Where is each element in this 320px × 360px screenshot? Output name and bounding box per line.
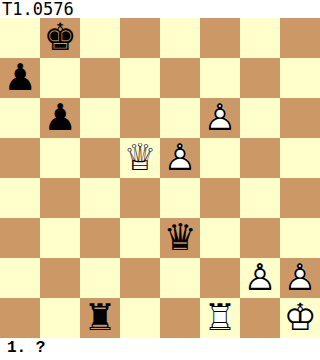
white-pawn: ♙ <box>200 98 240 138</box>
square-d6[interactable] <box>120 98 160 138</box>
square-h1[interactable]: ♚♔ <box>280 298 320 338</box>
square-c4[interactable] <box>80 178 120 218</box>
square-e4[interactable] <box>160 178 200 218</box>
square-a1[interactable] <box>0 298 40 338</box>
square-h6[interactable] <box>280 98 320 138</box>
square-g6[interactable] <box>240 98 280 138</box>
white-pawn-fill: ♟ <box>160 138 200 178</box>
black-pawn: ♟ <box>40 98 80 138</box>
square-f8[interactable] <box>200 18 240 58</box>
square-c3[interactable] <box>80 218 120 258</box>
square-d7[interactable] <box>120 58 160 98</box>
square-d2[interactable] <box>120 258 160 298</box>
square-c8[interactable] <box>80 18 120 58</box>
black-pawn: ♟ <box>0 58 40 98</box>
square-g5[interactable] <box>240 138 280 178</box>
white-rook: ♖ <box>200 298 240 338</box>
white-pawn-fill: ♟ <box>240 258 280 298</box>
square-c2[interactable] <box>80 258 120 298</box>
square-d5[interactable]: ♛♕ <box>120 138 160 178</box>
square-b5[interactable] <box>40 138 80 178</box>
square-a5[interactable] <box>0 138 40 178</box>
square-b3[interactable] <box>40 218 80 258</box>
square-c7[interactable] <box>80 58 120 98</box>
square-h3[interactable] <box>280 218 320 258</box>
square-a2[interactable] <box>0 258 40 298</box>
white-pawn: ♙ <box>240 258 280 298</box>
square-e5[interactable]: ♟♙ <box>160 138 200 178</box>
square-g8[interactable] <box>240 18 280 58</box>
move-prompt-label: 1. ? <box>7 339 45 357</box>
square-f7[interactable] <box>200 58 240 98</box>
square-b8[interactable]: ♚ <box>40 18 80 58</box>
square-h5[interactable] <box>280 138 320 178</box>
square-d1[interactable] <box>120 298 160 338</box>
square-g3[interactable] <box>240 218 280 258</box>
chess-board: ♚♟♟♟♙♛♕♟♙♛♟♙♟♙♜♜♖♚♔ <box>0 18 320 338</box>
square-b4[interactable] <box>40 178 80 218</box>
square-b1[interactable] <box>40 298 80 338</box>
square-c1[interactable]: ♜ <box>80 298 120 338</box>
square-h7[interactable] <box>280 58 320 98</box>
white-rook-fill: ♜ <box>200 298 240 338</box>
square-g7[interactable] <box>240 58 280 98</box>
square-g2[interactable]: ♟♙ <box>240 258 280 298</box>
square-b7[interactable] <box>40 58 80 98</box>
square-f5[interactable] <box>200 138 240 178</box>
square-a6[interactable] <box>0 98 40 138</box>
white-pawn-fill: ♟ <box>200 98 240 138</box>
square-a4[interactable] <box>0 178 40 218</box>
square-d3[interactable] <box>120 218 160 258</box>
white-king-fill: ♚ <box>280 298 320 338</box>
chess-puzzle-screen: T1.0576 ♚♟♟♟♙♛♕♟♙♛♟♙♟♙♜♜♖♚♔ 1. ? <box>0 0 320 360</box>
square-f2[interactable] <box>200 258 240 298</box>
square-e7[interactable] <box>160 58 200 98</box>
square-g1[interactable] <box>240 298 280 338</box>
puzzle-id-label: T1.0576 <box>2 0 74 18</box>
square-a8[interactable] <box>0 18 40 58</box>
white-pawn-fill: ♟ <box>280 258 320 298</box>
square-f1[interactable]: ♜♖ <box>200 298 240 338</box>
square-a3[interactable] <box>0 218 40 258</box>
white-queen-fill: ♛ <box>120 138 160 178</box>
square-h4[interactable] <box>280 178 320 218</box>
square-e6[interactable] <box>160 98 200 138</box>
square-b2[interactable] <box>40 258 80 298</box>
square-f3[interactable] <box>200 218 240 258</box>
square-e2[interactable] <box>160 258 200 298</box>
square-f6[interactable]: ♟♙ <box>200 98 240 138</box>
square-c6[interactable] <box>80 98 120 138</box>
square-e1[interactable] <box>160 298 200 338</box>
square-d4[interactable] <box>120 178 160 218</box>
square-f4[interactable] <box>200 178 240 218</box>
black-queen: ♛ <box>160 218 200 258</box>
square-c5[interactable] <box>80 138 120 178</box>
square-a7[interactable]: ♟ <box>0 58 40 98</box>
square-h2[interactable]: ♟♙ <box>280 258 320 298</box>
white-king: ♔ <box>280 298 320 338</box>
white-pawn: ♙ <box>280 258 320 298</box>
white-queen: ♕ <box>120 138 160 178</box>
square-e3[interactable]: ♛ <box>160 218 200 258</box>
square-h8[interactable] <box>280 18 320 58</box>
square-e8[interactable] <box>160 18 200 58</box>
square-b6[interactable]: ♟ <box>40 98 80 138</box>
square-g4[interactable] <box>240 178 280 218</box>
black-king: ♚ <box>40 18 80 58</box>
white-pawn: ♙ <box>160 138 200 178</box>
black-rook: ♜ <box>80 298 120 338</box>
square-d8[interactable] <box>120 18 160 58</box>
